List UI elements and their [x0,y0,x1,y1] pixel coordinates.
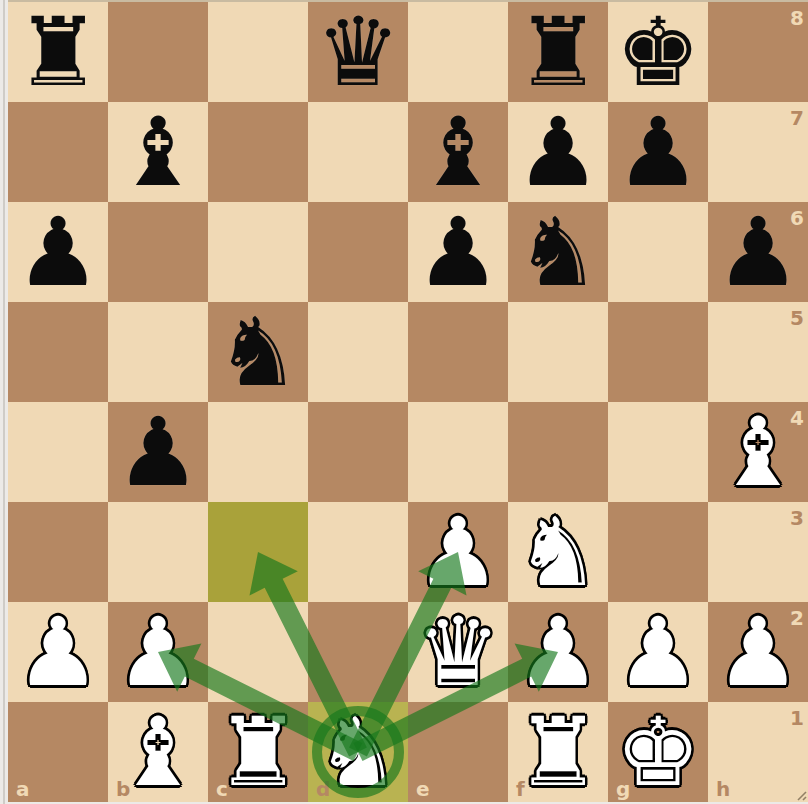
square-a3[interactable] [8,502,108,602]
white-rook[interactable]: ♜ [508,702,608,802]
square-c6[interactable] [208,202,308,302]
square-c7[interactable] [208,102,308,202]
square-d7[interactable] [308,102,408,202]
square-f7[interactable]: ♟ [508,102,608,202]
square-b7[interactable]: ♝ [108,102,208,202]
square-f6[interactable]: ♞ [508,202,608,302]
square-a8[interactable]: ♜ [8,2,108,102]
white-knight[interactable]: ♞ [308,702,408,802]
white-rook[interactable]: ♜ [208,702,308,802]
square-b8[interactable] [108,2,208,102]
square-f5[interactable] [508,302,608,402]
white-pawn[interactable]: ♟ [708,602,808,702]
white-pawn[interactable]: ♟ [508,602,608,702]
square-d4[interactable] [308,402,408,502]
black-knight[interactable]: ♞ [208,302,308,402]
square-h4[interactable]: ♝ [708,402,808,502]
square-b5[interactable] [108,302,208,402]
square-f8[interactable]: ♜ [508,2,608,102]
black-bishop[interactable]: ♝ [408,102,508,202]
black-rook[interactable]: ♜ [508,2,608,102]
white-pawn[interactable]: ♟ [608,602,708,702]
white-pawn[interactable]: ♟ [8,602,108,702]
square-g4[interactable] [608,402,708,502]
black-rook[interactable]: ♜ [8,2,108,102]
square-h2[interactable]: ♟ [708,602,808,702]
square-b3[interactable] [108,502,208,602]
square-d8[interactable]: ♛ [308,2,408,102]
square-g6[interactable] [608,202,708,302]
black-bishop[interactable]: ♝ [108,102,208,202]
black-knight[interactable]: ♞ [508,202,608,302]
square-a5[interactable] [8,302,108,402]
white-bishop[interactable]: ♝ [708,402,808,502]
square-e4[interactable] [408,402,508,502]
square-d5[interactable] [308,302,408,402]
square-e2[interactable]: ♛ [408,602,508,702]
white-pawn[interactable]: ♟ [108,602,208,702]
square-a2[interactable]: ♟ [8,602,108,702]
square-h6[interactable]: ♟ [708,202,808,302]
black-pawn[interactable]: ♟ [108,402,208,502]
square-e6[interactable]: ♟ [408,202,508,302]
square-c5[interactable]: ♞ [208,302,308,402]
square-f1[interactable]: ♜ [508,702,608,802]
square-d2[interactable] [308,602,408,702]
square-g8[interactable]: ♚ [608,2,708,102]
square-b2[interactable]: ♟ [108,602,208,702]
white-knight[interactable]: ♞ [508,502,608,602]
square-a6[interactable]: ♟ [8,202,108,302]
square-e8[interactable] [408,2,508,102]
square-h8[interactable] [708,2,808,102]
square-c1[interactable]: ♜ [208,702,308,802]
square-g7[interactable]: ♟ [608,102,708,202]
square-h3[interactable] [708,502,808,602]
square-g5[interactable] [608,302,708,402]
black-pawn[interactable]: ♟ [608,102,708,202]
square-g3[interactable] [608,502,708,602]
square-a1[interactable] [8,702,108,802]
square-d1[interactable]: ♞ [308,702,408,802]
square-f4[interactable] [508,402,608,502]
square-e5[interactable] [408,302,508,402]
square-c2[interactable] [208,602,308,702]
square-c3[interactable] [208,502,308,602]
square-b6[interactable] [108,202,208,302]
square-b4[interactable]: ♟ [108,402,208,502]
white-queen[interactable]: ♛ [408,602,508,702]
square-d6[interactable] [308,202,408,302]
square-f3[interactable]: ♞ [508,502,608,602]
black-pawn[interactable]: ♟ [408,202,508,302]
black-king[interactable]: ♚ [608,2,708,102]
square-b1[interactable]: ♝ [108,702,208,802]
square-c8[interactable] [208,2,308,102]
square-h7[interactable] [708,102,808,202]
black-pawn[interactable]: ♟ [8,202,108,302]
left-gutter-line [3,0,5,804]
square-c4[interactable] [208,402,308,502]
white-pawn[interactable]: ♟ [408,502,508,602]
board-resize-handle[interactable] [791,785,807,801]
black-pawn[interactable]: ♟ [508,102,608,202]
square-g1[interactable]: ♚ [608,702,708,802]
black-queen[interactable]: ♛ [308,2,408,102]
chess-board: ♜♛♜♚♝♝♟♟♟♟♞♟♞♟♝♟♞♟♟♛♟♟♟♝♜♞♜♚87654321abcd… [8,2,808,802]
square-d3[interactable] [308,502,408,602]
square-a4[interactable] [8,402,108,502]
white-king[interactable]: ♚ [608,702,708,802]
square-h5[interactable] [708,302,808,402]
square-f2[interactable]: ♟ [508,602,608,702]
square-a7[interactable] [8,102,108,202]
white-bishop[interactable]: ♝ [108,702,208,802]
square-g2[interactable]: ♟ [608,602,708,702]
black-pawn[interactable]: ♟ [708,202,808,302]
square-e3[interactable]: ♟ [408,502,508,602]
square-e7[interactable]: ♝ [408,102,508,202]
square-e1[interactable] [408,702,508,802]
